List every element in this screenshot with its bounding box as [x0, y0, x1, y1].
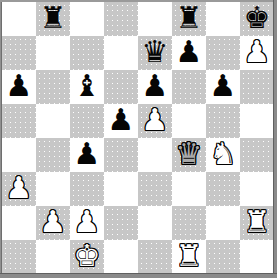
square-f8[interactable]: ♜	[172, 2, 206, 36]
square-d7[interactable]	[104, 36, 138, 70]
square-a3[interactable]: ♟	[2, 172, 36, 206]
square-c3[interactable]	[70, 172, 104, 206]
square-a5[interactable]	[2, 104, 36, 138]
square-e8[interactable]	[138, 2, 172, 36]
square-c1[interactable]: ♚	[70, 240, 104, 274]
square-a8[interactable]	[2, 2, 36, 36]
black-pawn[interactable]: ♟	[176, 35, 203, 69]
white-knight[interactable]: ♞	[210, 137, 237, 171]
square-e6[interactable]: ♟	[138, 70, 172, 104]
square-d6[interactable]	[104, 70, 138, 104]
board-bevel-bottom	[0, 273, 277, 278]
square-b8[interactable]: ♜	[36, 2, 70, 36]
square-d4[interactable]	[104, 138, 138, 172]
square-f1[interactable]: ♜	[172, 240, 206, 274]
square-e5[interactable]: ♟	[138, 104, 172, 138]
square-g6[interactable]: ♟	[206, 70, 240, 104]
square-f5[interactable]	[172, 104, 206, 138]
square-h7[interactable]: ♟	[240, 36, 274, 70]
square-b5[interactable]	[36, 104, 70, 138]
square-e1[interactable]	[138, 240, 172, 274]
square-d3[interactable]	[104, 172, 138, 206]
square-h6[interactable]	[240, 70, 274, 104]
square-h1[interactable]	[240, 240, 274, 274]
square-a7[interactable]	[2, 36, 36, 70]
square-b6[interactable]	[36, 70, 70, 104]
square-h3[interactable]	[240, 172, 274, 206]
black-pawn[interactable]: ♟	[210, 69, 237, 103]
square-g3[interactable]	[206, 172, 240, 206]
square-c7[interactable]	[70, 36, 104, 70]
square-g5[interactable]	[206, 104, 240, 138]
black-pawn[interactable]: ♟	[74, 137, 101, 171]
square-h8[interactable]: ♚	[240, 2, 274, 36]
black-pawn[interactable]: ♟	[6, 69, 33, 103]
square-f3[interactable]	[172, 172, 206, 206]
white-queen[interactable]: ♛	[176, 137, 203, 171]
square-b1[interactable]	[36, 240, 70, 274]
square-a6[interactable]: ♟	[2, 70, 36, 104]
board-bevel-right	[273, 0, 277, 278]
black-pawn[interactable]: ♟	[142, 69, 169, 103]
black-rook[interactable]: ♜	[40, 1, 67, 35]
square-a4[interactable]	[2, 138, 36, 172]
square-b3[interactable]	[36, 172, 70, 206]
square-e7[interactable]: ♛	[138, 36, 172, 70]
square-c8[interactable]	[70, 2, 104, 36]
white-pawn[interactable]: ♟	[6, 171, 33, 205]
square-a2[interactable]	[2, 206, 36, 240]
square-h4[interactable]	[240, 138, 274, 172]
square-e4[interactable]	[138, 138, 172, 172]
square-c2[interactable]: ♟	[70, 206, 104, 240]
square-g4[interactable]: ♞	[206, 138, 240, 172]
chess-board: ♜♜♚♛♟♟♟♝♟♟♟♟♟♛♞♟♟♟♜♚♜	[1, 2, 274, 274]
square-c6[interactable]: ♝	[70, 70, 104, 104]
white-rook[interactable]: ♜	[244, 205, 271, 239]
white-pawn[interactable]: ♟	[74, 205, 101, 239]
square-c5[interactable]	[70, 104, 104, 138]
square-c4[interactable]: ♟	[70, 138, 104, 172]
square-e3[interactable]	[138, 172, 172, 206]
square-f4[interactable]: ♛	[172, 138, 206, 172]
square-g7[interactable]	[206, 36, 240, 70]
square-b7[interactable]	[36, 36, 70, 70]
white-pawn[interactable]: ♟	[244, 35, 271, 69]
square-g2[interactable]	[206, 206, 240, 240]
square-e2[interactable]	[138, 206, 172, 240]
white-king[interactable]: ♚	[74, 239, 101, 273]
square-f6[interactable]	[172, 70, 206, 104]
square-d1[interactable]	[104, 240, 138, 274]
square-d5[interactable]: ♟	[104, 104, 138, 138]
black-pawn[interactable]: ♟	[108, 103, 135, 137]
square-f7[interactable]: ♟	[172, 36, 206, 70]
square-b4[interactable]	[36, 138, 70, 172]
white-pawn[interactable]: ♟	[142, 103, 169, 137]
white-rook[interactable]: ♜	[176, 239, 203, 273]
square-g1[interactable]	[206, 240, 240, 274]
square-b2[interactable]: ♟	[36, 206, 70, 240]
square-a1[interactable]	[2, 240, 36, 274]
square-d2[interactable]	[104, 206, 138, 240]
black-bishop[interactable]: ♝	[74, 69, 101, 103]
chess-app-window: ♜♜♚♛♟♟♟♝♟♟♟♟♟♛♞♟♟♟♜♚♜	[0, 0, 277, 278]
black-rook[interactable]: ♜	[176, 1, 203, 35]
square-h5[interactable]	[240, 104, 274, 138]
square-d8[interactable]	[104, 2, 138, 36]
square-f2[interactable]	[172, 206, 206, 240]
square-g8[interactable]	[206, 2, 240, 36]
white-pawn[interactable]: ♟	[40, 205, 67, 239]
black-queen[interactable]: ♛	[142, 35, 169, 69]
square-h2[interactable]: ♜	[240, 206, 274, 240]
black-king[interactable]: ♚	[244, 1, 271, 35]
